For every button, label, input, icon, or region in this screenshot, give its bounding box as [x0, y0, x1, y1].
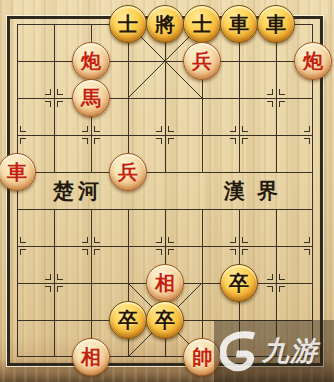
point-marker: [45, 89, 51, 95]
point-marker: [279, 89, 285, 95]
point-marker: [242, 237, 248, 243]
watermark-brand-text: 九游: [262, 333, 318, 369]
piece-red-elephant[interactable]: 相: [146, 264, 184, 302]
piece-glyph: 相: [155, 270, 175, 297]
point-marker: [45, 101, 51, 107]
point-marker: [82, 249, 88, 255]
piece-black-advisor[interactable]: 士: [109, 5, 147, 43]
point-marker: [230, 237, 236, 243]
river-label-han: 漢界: [224, 178, 290, 204]
piece-red-elephant[interactable]: 相: [72, 338, 110, 376]
point-marker: [242, 138, 248, 144]
point-marker: [230, 249, 236, 255]
point-marker: [304, 237, 310, 243]
piece-glyph: 將: [155, 11, 175, 38]
point-marker: [242, 249, 248, 255]
watermark: 九游: [214, 320, 334, 382]
point-marker: [82, 138, 88, 144]
point-marker: [168, 249, 174, 255]
point-marker: [279, 101, 285, 107]
point-marker: [20, 126, 26, 132]
piece-glyph: 帥: [192, 344, 212, 371]
board-cell: [17, 24, 54, 61]
point-marker: [94, 126, 100, 132]
point-marker: [267, 101, 273, 107]
piece-black-chariot[interactable]: 車: [220, 5, 258, 43]
point-marker: [168, 237, 174, 243]
river-label-chu: 楚河: [53, 178, 103, 204]
piece-glyph: 卒: [118, 307, 138, 334]
point-marker: [94, 249, 100, 255]
board-cell: [165, 172, 202, 209]
piece-black-soldier[interactable]: 卒: [220, 264, 258, 302]
point-marker: [82, 126, 88, 132]
point-marker: [156, 249, 162, 255]
board-cell: [17, 320, 54, 357]
piece-glyph: 炮: [81, 48, 101, 75]
point-marker: [168, 126, 174, 132]
piece-glyph: 車: [266, 11, 286, 38]
board-cell: [128, 61, 165, 98]
point-marker: [20, 249, 26, 255]
point-marker: [57, 89, 63, 95]
watermark-logo-icon: [220, 329, 260, 373]
piece-glyph: 馬: [81, 85, 101, 112]
piece-glyph: 車: [7, 159, 27, 186]
point-marker: [20, 138, 26, 144]
point-marker: [20, 237, 26, 243]
piece-red-horse[interactable]: 馬: [72, 79, 110, 117]
piece-black-soldier[interactable]: 卒: [146, 301, 184, 339]
point-marker: [156, 237, 162, 243]
piece-glyph: 士: [118, 11, 138, 38]
piece-red-soldier[interactable]: 兵: [183, 42, 221, 80]
piece-glyph: 卒: [155, 307, 175, 334]
piece-red-soldier[interactable]: 兵: [109, 153, 147, 191]
piece-black-chariot[interactable]: 車: [257, 5, 295, 43]
piece-black-advisor[interactable]: 士: [183, 5, 221, 43]
point-marker: [156, 138, 162, 144]
point-marker: [304, 126, 310, 132]
piece-black-soldier[interactable]: 卒: [109, 301, 147, 339]
point-marker: [230, 126, 236, 132]
point-marker: [156, 126, 162, 132]
point-marker: [267, 286, 273, 292]
point-marker: [82, 237, 88, 243]
point-marker: [45, 286, 51, 292]
piece-glyph: 士: [192, 11, 212, 38]
piece-glyph: 炮: [303, 48, 323, 75]
point-marker: [168, 138, 174, 144]
piece-glyph: 相: [81, 344, 101, 371]
point-marker: [304, 249, 310, 255]
point-marker: [279, 274, 285, 280]
point-marker: [57, 286, 63, 292]
piece-glyph: 兵: [118, 159, 138, 186]
piece-red-cannon[interactable]: 炮: [294, 42, 332, 80]
point-marker: [45, 274, 51, 280]
point-marker: [57, 274, 63, 280]
point-marker: [267, 89, 273, 95]
xiangqi-screenshot: 楚河 漢界 士將士車車炮兵炮馬車兵相卒卒卒相帥 九游: [0, 0, 334, 382]
piece-black-general[interactable]: 將: [146, 5, 184, 43]
point-marker: [242, 126, 248, 132]
point-marker: [94, 237, 100, 243]
point-marker: [230, 138, 236, 144]
piece-glyph: 車: [229, 11, 249, 38]
piece-red-cannon[interactable]: 炮: [72, 42, 110, 80]
point-marker: [304, 138, 310, 144]
point-marker: [279, 286, 285, 292]
point-marker: [57, 101, 63, 107]
piece-glyph: 卒: [229, 270, 249, 297]
piece-glyph: 兵: [192, 48, 212, 75]
point-marker: [94, 138, 100, 144]
point-marker: [267, 274, 273, 280]
